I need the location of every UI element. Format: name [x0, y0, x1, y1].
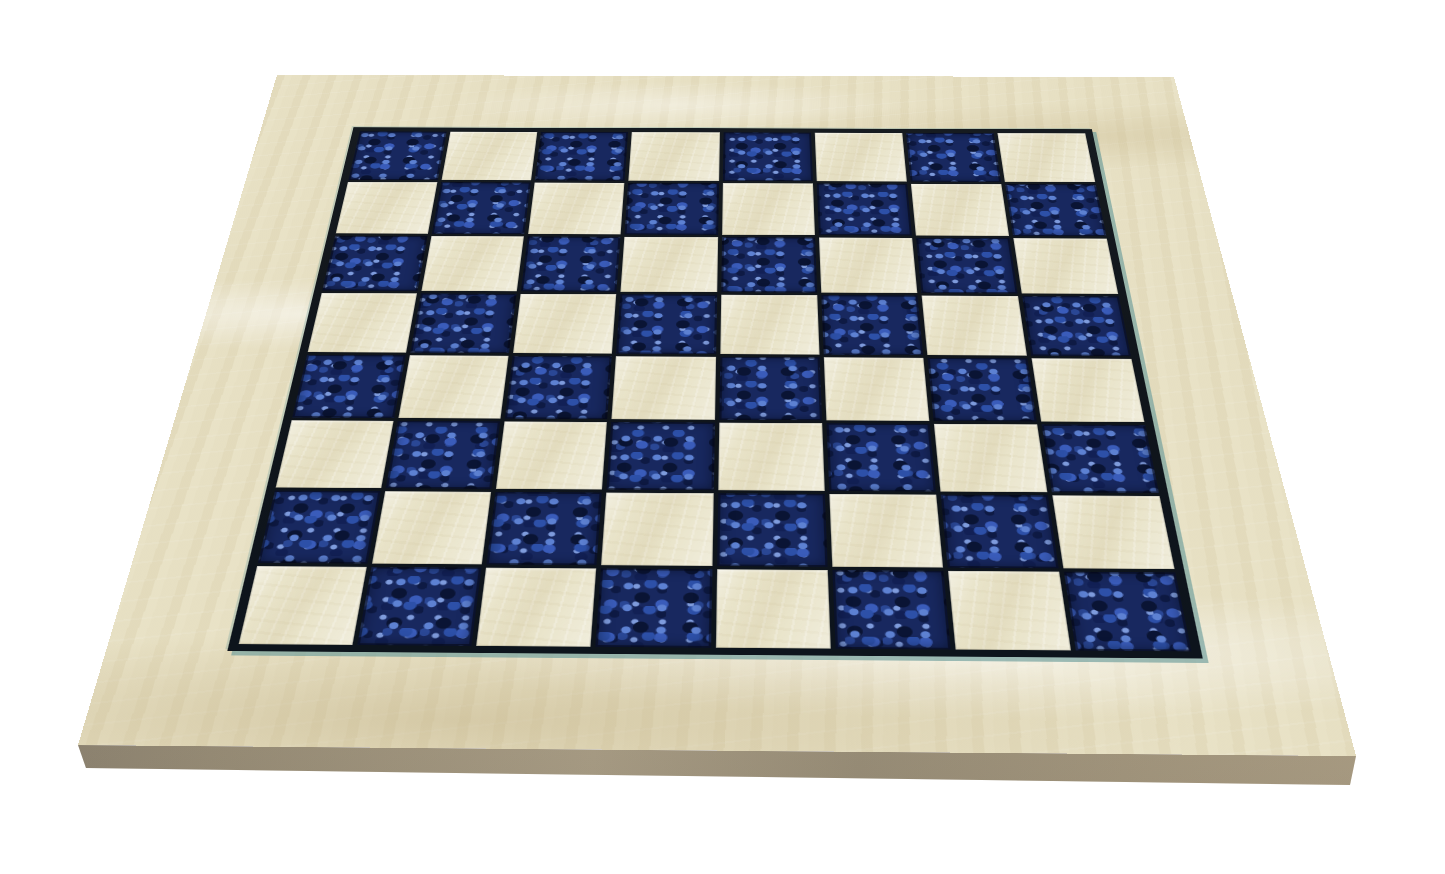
square-a3 [276, 420, 394, 488]
square-e7 [722, 183, 815, 235]
square-b4 [399, 355, 509, 418]
square-a4 [292, 354, 405, 417]
square-f8 [814, 133, 906, 182]
square-d5 [617, 294, 717, 353]
square-g8 [906, 133, 1001, 182]
square-d2 [602, 492, 714, 565]
square-h1 [1064, 572, 1192, 652]
square-c2 [487, 492, 602, 565]
square-c3 [496, 421, 607, 489]
square-d1 [596, 568, 712, 647]
square-d8 [629, 132, 720, 181]
square-f3 [826, 423, 936, 491]
square-f7 [816, 183, 911, 235]
square-h8 [997, 133, 1095, 182]
square-g6 [916, 238, 1018, 294]
square-g4 [927, 357, 1036, 421]
square-d7 [625, 183, 719, 235]
square-g2 [940, 494, 1058, 568]
square-b8 [442, 132, 538, 181]
square-g3 [934, 424, 1048, 493]
square-b6 [422, 236, 525, 291]
square-a2 [258, 490, 381, 563]
square-c1 [476, 568, 596, 647]
square-a6 [322, 236, 427, 291]
square-a7 [336, 182, 438, 234]
square-c5 [513, 294, 616, 353]
square-f6 [819, 238, 917, 294]
square-h2 [1052, 495, 1174, 569]
square-f5 [821, 295, 923, 354]
square-e2 [717, 493, 828, 567]
square-b2 [372, 491, 491, 564]
square-b1 [357, 567, 481, 646]
square-h6 [1013, 238, 1118, 294]
square-b5 [410, 294, 516, 353]
square-c6 [521, 237, 621, 292]
square-c7 [528, 183, 624, 235]
square-d3 [607, 422, 715, 490]
square-c4 [505, 355, 612, 418]
square-a5 [308, 293, 417, 352]
square-h3 [1041, 424, 1159, 493]
square-g5 [921, 296, 1026, 356]
square-b7 [432, 182, 531, 234]
square-b3 [386, 421, 501, 489]
board-marble-frame [78, 75, 1356, 756]
square-h5 [1022, 296, 1131, 356]
square-f4 [823, 357, 929, 421]
square-a1 [239, 566, 367, 645]
square-e8 [722, 132, 812, 181]
square-e4 [719, 356, 822, 420]
chess-board-photo [0, 0, 1445, 874]
square-e1 [715, 569, 830, 648]
square-g1 [948, 571, 1071, 651]
square-f2 [829, 494, 943, 568]
square-g7 [911, 184, 1009, 236]
square-e3 [718, 422, 825, 490]
square-e5 [720, 295, 819, 354]
square-f1 [832, 570, 950, 650]
square-d6 [621, 237, 718, 293]
square-e6 [721, 237, 817, 293]
square-h7 [1005, 184, 1106, 236]
square-h4 [1031, 358, 1144, 422]
square-d4 [612, 356, 716, 420]
chess-board-grid [227, 127, 1202, 658]
square-c8 [535, 132, 628, 181]
square-a8 [348, 131, 446, 180]
